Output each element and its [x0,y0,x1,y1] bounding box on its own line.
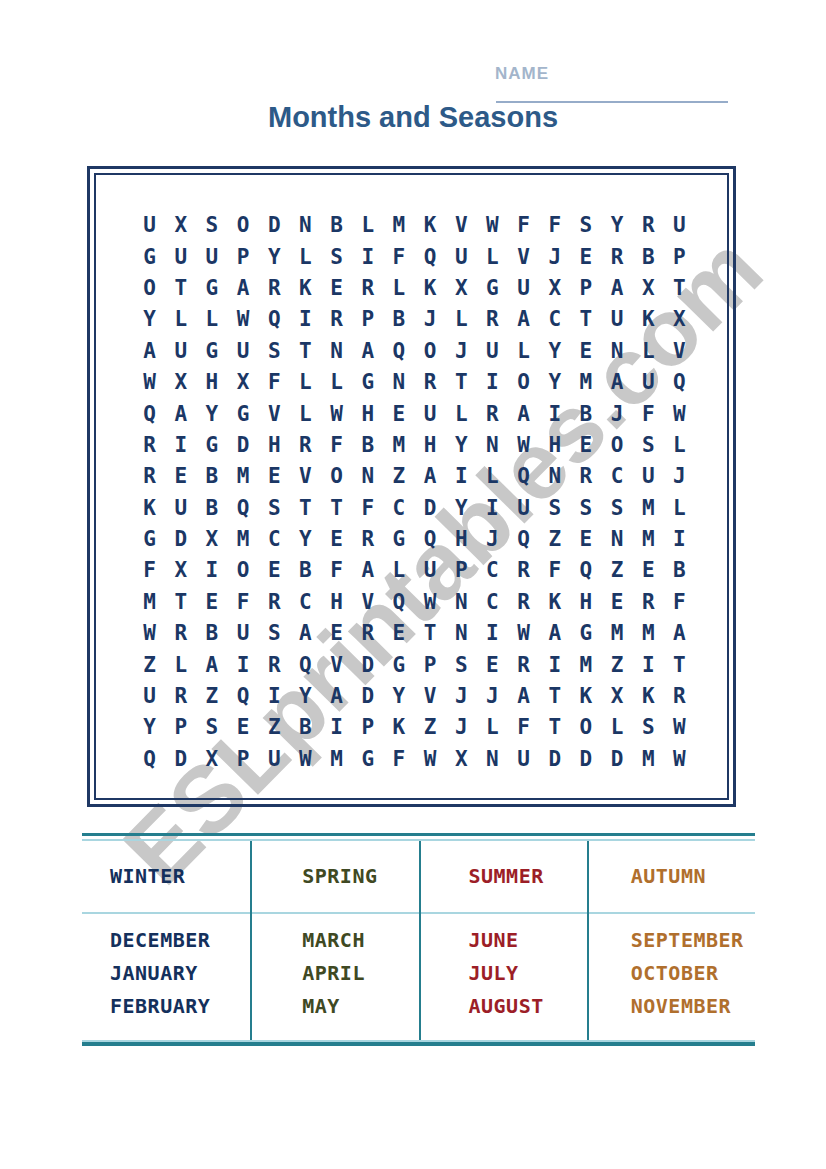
grid-cell-r18-c17: M [633,744,664,775]
grid-cell-r5-c18: V [664,336,695,367]
grid-cell-r18-c18: W [664,744,695,775]
grid-cell-r4-c10: J [414,304,445,335]
word-september: SEPTEMBER [631,924,755,957]
grid-cell-r4-c17: K [633,304,664,335]
grid-cell-r11-c13: Q [508,524,539,555]
grid-cell-r2-c12: L [477,241,508,272]
grid-cell-r10-c9: C [383,493,414,524]
grid-cell-r11-c4: M [227,524,258,555]
grid-cell-r15-c15: M [570,649,601,680]
grid-cell-r4-c14: C [539,304,570,335]
grid-cell-r1-c6: N [290,210,321,241]
grid-cell-r3-c6: K [290,273,321,304]
grid-cell-r11-c1: G [134,524,165,555]
grid-cell-r15-c18: T [664,649,695,680]
grid-cell-r13-c15: H [570,587,601,618]
grid-cell-r13-c14: K [539,587,570,618]
season-header-autumn: AUTUMN [589,841,755,914]
grid-cell-r4-c12: R [477,304,508,335]
grid-cell-r17-c5: Z [259,712,290,743]
grid-cell-r2-c11: U [446,241,477,272]
grid-cell-r17-c8: P [352,712,383,743]
grid-cell-r7-c11: L [446,398,477,429]
grid-cell-r2-c14: J [539,241,570,272]
grid-cell-r5-c3: G [196,336,227,367]
autumn-months: SEPTEMBER OCTOBER NOVEMBER [589,914,755,1040]
grid-cell-r14-c5: S [259,618,290,649]
grid-cell-r15-c14: I [539,649,570,680]
grid-cell-r12-c14: F [539,555,570,586]
grid-cell-r4-c13: A [508,304,539,335]
grid-cell-r6-c18: Q [664,367,695,398]
grid-cell-r3-c12: G [477,273,508,304]
grid-cell-r18-c13: U [508,744,539,775]
grid-cell-r2-c17: B [633,241,664,272]
grid-cell-r11-c18: I [664,524,695,555]
grid-cell-r12-c1: F [134,555,165,586]
grid-cell-r7-c4: G [227,398,258,429]
season-label-autumn: AUTUMN [631,860,706,893]
grid-cell-r3-c11: X [446,273,477,304]
grid-cell-r9-c6: V [290,461,321,492]
grid-cell-r8-c1: R [134,430,165,461]
grid-cell-r5-c9: Q [383,336,414,367]
grid-cell-r12-c12: C [477,555,508,586]
grid-cell-r10-c15: S [570,493,601,524]
grid-cell-r6-c2: X [165,367,196,398]
grid-cell-r18-c1: Q [134,744,165,775]
grid-cell-r2-c10: Q [414,241,445,272]
grid-cell-r15-c1: Z [134,649,165,680]
grid-cell-r15-c9: G [383,649,414,680]
grid-cell-r2-c13: V [508,241,539,272]
grid-cell-r9-c2: E [165,461,196,492]
grid-cell-r16-c12: J [477,681,508,712]
grid-cell-r18-c12: N [477,744,508,775]
grid-cell-r17-c4: E [227,712,258,743]
word-november: NOVEMBER [631,990,755,1023]
grid-cell-r13-c17: R [633,587,664,618]
grid-cell-r5-c6: T [290,336,321,367]
grid-cell-r17-c6: B [290,712,321,743]
grid-cell-r3-c8: R [352,273,383,304]
grid-cell-r4-c4: W [227,304,258,335]
grid-cell-r10-c13: U [508,493,539,524]
grid-cell-r13-c10: W [414,587,445,618]
grid-cell-r13-c18: F [664,587,695,618]
grid-cell-r4-c6: I [290,304,321,335]
grid-cell-r12-c8: A [352,555,383,586]
page-title: Months and Seasons [0,101,826,134]
grid-cell-r10-c8: F [352,493,383,524]
grid-cell-r2-c15: E [570,241,601,272]
grid-cell-r17-c1: Y [134,712,165,743]
grid-cell-r3-c10: K [414,273,445,304]
grid-cell-r16-c3: Z [196,681,227,712]
grid-cell-r14-c8: R [352,618,383,649]
grid-cell-r16-c2: R [165,681,196,712]
grid-cell-r17-c13: F [508,712,539,743]
grid-cell-r6-c13: O [508,367,539,398]
grid-cell-r13-c6: C [290,587,321,618]
grid-cell-r10-c6: T [290,493,321,524]
grid-cell-r3-c15: P [570,273,601,304]
grid-cell-r15-c7: V [321,649,352,680]
grid-cell-r3-c2: T [165,273,196,304]
grid-cell-r17-c9: K [383,712,414,743]
grid-cell-r15-c8: D [352,649,383,680]
grid-cell-r2-c1: G [134,241,165,272]
grid-cell-r18-c3: X [196,744,227,775]
grid-cell-r7-c7: W [321,398,352,429]
grid-cell-r7-c15: B [570,398,601,429]
grid-cell-r4-c9: B [383,304,414,335]
grid-cell-r11-c2: D [165,524,196,555]
grid-cell-r4-c8: P [352,304,383,335]
grid-cell-r13-c5: R [259,587,290,618]
grid-cell-r12-c4: O [227,555,258,586]
grid-cell-r9-c12: L [477,461,508,492]
grid-cell-r9-c14: N [539,461,570,492]
word-search-board: UXSODNBLMKVWFFSYRUGUUPYLSIFQULVJERBPOTGA… [87,166,736,807]
grid-cell-r2-c9: F [383,241,414,272]
grid-cell-r12-c5: E [259,555,290,586]
grid-cell-r9-c8: N [352,461,383,492]
grid-cell-r12-c17: E [633,555,664,586]
grid-cell-r6-c17: U [633,367,664,398]
grid-cell-r10-c11: Y [446,493,477,524]
grid-cell-r5-c1: A [134,336,165,367]
grid-cell-r7-c1: Q [134,398,165,429]
name-label: NAME [495,64,549,83]
grid-cell-r8-c14: H [539,430,570,461]
grid-cell-r10-c10: D [414,493,445,524]
grid-cell-r13-c11: N [446,587,477,618]
grid-cell-r18-c5: U [259,744,290,775]
grid-cell-r15-c2: L [165,649,196,680]
grid-cell-r5-c11: J [446,336,477,367]
grid-cell-r5-c7: N [321,336,352,367]
grid-cell-r5-c10: O [414,336,445,367]
grid-cell-r4-c16: U [601,304,632,335]
grid-cell-r17-c15: O [570,712,601,743]
season-label-winter: WINTER [110,860,185,893]
grid-cell-r16-c4: Q [227,681,258,712]
grid-cell-r14-c16: M [601,618,632,649]
grid-cell-r3-c9: L [383,273,414,304]
grid-cell-r18-c14: D [539,744,570,775]
grid-cell-r11-c15: E [570,524,601,555]
grid-cell-r3-c18: T [664,273,695,304]
grid-cell-r13-c12: C [477,587,508,618]
grid-cell-r3-c13: U [508,273,539,304]
grid-cell-r11-c7: E [321,524,352,555]
grid-cell-r5-c5: S [259,336,290,367]
grid-cell-r4-c11: L [446,304,477,335]
grid-cell-r1-c9: M [383,210,414,241]
grid-cell-r3-c5: R [259,273,290,304]
grid-cell-r18-c10: W [414,744,445,775]
grid-cell-r6-c1: W [134,367,165,398]
grid-cell-r8-c12: N [477,430,508,461]
grid-cell-r15-c12: E [477,649,508,680]
grid-cell-r9-c4: M [227,461,258,492]
grid-cell-r6-c11: T [446,367,477,398]
grid-cell-r2-c16: R [601,241,632,272]
grid-cell-r17-c2: P [165,712,196,743]
grid-cell-r12-c9: L [383,555,414,586]
grid-cell-r15-c6: Q [290,649,321,680]
summer-months: JUNE JULY AUGUST [421,914,587,1040]
grid-cell-r13-c9: Q [383,587,414,618]
grid-cell-r11-c17: M [633,524,664,555]
grid-cell-r11-c10: Q [414,524,445,555]
grid-cell-r17-c11: J [446,712,477,743]
grid-cell-r1-c10: K [414,210,445,241]
letter-grid: UXSODNBLMKVWFFSYRUGUUPYLSIFQULVJERBPOTGA… [96,175,727,798]
grid-cell-r17-c10: Z [414,712,445,743]
grid-cell-r1-c3: S [196,210,227,241]
grid-cell-r16-c6: Y [290,681,321,712]
grid-cell-r9-c18: J [664,461,695,492]
grid-cell-r7-c10: U [414,398,445,429]
grid-cell-r7-c2: A [165,398,196,429]
grid-cell-r16-c17: K [633,681,664,712]
grid-cell-r10-c18: L [664,493,695,524]
grid-cell-r17-c7: I [321,712,352,743]
grid-cell-r9-c3: B [196,461,227,492]
grid-cell-r1-c17: R [633,210,664,241]
grid-cell-r3-c14: X [539,273,570,304]
grid-cell-r9-c16: C [601,461,632,492]
grid-cell-r9-c9: Z [383,461,414,492]
grid-cell-r16-c9: Y [383,681,414,712]
grid-cell-r14-c2: R [165,618,196,649]
grid-cell-r12-c3: I [196,555,227,586]
grid-cell-r1-c12: W [477,210,508,241]
grid-cell-r7-c6: L [290,398,321,429]
grid-cell-r4-c1: Y [134,304,165,335]
grid-cell-r2-c5: Y [259,241,290,272]
grid-cell-r7-c17: F [633,398,664,429]
grid-cell-r11-c6: Y [290,524,321,555]
grid-cell-r14-c6: A [290,618,321,649]
grid-cell-r4-c3: L [196,304,227,335]
grid-cell-r18-c9: F [383,744,414,775]
grid-cell-r5-c12: U [477,336,508,367]
grid-cell-r6-c3: H [196,367,227,398]
grid-cell-r15-c16: Z [601,649,632,680]
grid-cell-r16-c7: A [321,681,352,712]
grid-cell-r8-c6: R [290,430,321,461]
grid-cell-r1-c2: X [165,210,196,241]
grid-cell-r9-c13: Q [508,461,539,492]
grid-cell-r15-c5: R [259,649,290,680]
grid-cell-r15-c4: I [227,649,258,680]
grid-cell-r3-c4: A [227,273,258,304]
grid-cell-r16-c10: V [414,681,445,712]
grid-cell-r8-c9: M [383,430,414,461]
grid-cell-r15-c11: S [446,649,477,680]
grid-cell-r8-c8: B [352,430,383,461]
grid-cell-r13-c13: R [508,587,539,618]
grid-cell-r8-c16: O [601,430,632,461]
grid-cell-r14-c7: E [321,618,352,649]
grid-cell-r1-c7: B [321,210,352,241]
grid-cell-r12-c18: B [664,555,695,586]
grid-cell-r18-c2: D [165,744,196,775]
grid-cell-r8-c10: H [414,430,445,461]
grid-cell-r4-c7: R [321,304,352,335]
grid-cell-r13-c16: E [601,587,632,618]
grid-cell-r10-c16: S [601,493,632,524]
grid-cell-r14-c15: G [570,618,601,649]
grid-cell-r6-c9: N [383,367,414,398]
grid-cell-r12-c10: U [414,555,445,586]
grid-cell-r16-c8: D [352,681,383,712]
grid-cell-r9-c5: E [259,461,290,492]
grid-cell-r14-c18: A [664,618,695,649]
word-may: MAY [302,990,418,1023]
grid-cell-r18-c4: P [227,744,258,775]
grid-cell-r12-c16: Z [601,555,632,586]
grid-cell-r15-c13: R [508,649,539,680]
grid-cell-r3-c17: X [633,273,664,304]
grid-cell-r14-c3: B [196,618,227,649]
grid-cell-r8-c5: H [259,430,290,461]
words-table-inner: WINTER DECEMBER JANUARY FEBRUARY SPRING … [82,839,755,1042]
grid-cell-r9-c1: R [134,461,165,492]
grid-cell-r17-c12: L [477,712,508,743]
grid-cell-r15-c3: A [196,649,227,680]
grid-cell-r5-c16: N [601,336,632,367]
grid-cell-r14-c17: M [633,618,664,649]
grid-cell-r14-c14: A [539,618,570,649]
grid-cell-r6-c14: Y [539,367,570,398]
grid-cell-r8-c15: E [570,430,601,461]
grid-cell-r1-c4: O [227,210,258,241]
grid-cell-r2-c4: P [227,241,258,272]
grid-cell-r8-c7: F [321,430,352,461]
grid-cell-r7-c18: W [664,398,695,429]
grid-cell-r4-c18: X [664,304,695,335]
grid-cell-r3-c16: A [601,273,632,304]
grid-cell-r8-c4: D [227,430,258,461]
grid-cell-r11-c14: Z [539,524,570,555]
grid-cell-r1-c8: L [352,210,383,241]
grid-cell-r5-c15: E [570,336,601,367]
grid-cell-r14-c10: T [414,618,445,649]
grid-cell-r1-c14: F [539,210,570,241]
grid-cell-r12-c7: F [321,555,352,586]
grid-cell-r6-c8: G [352,367,383,398]
spring-months: MARCH APRIL MAY [252,914,418,1040]
grid-cell-r1-c16: Y [601,210,632,241]
grid-cell-r18-c15: D [570,744,601,775]
grid-cell-r3-c1: O [134,273,165,304]
grid-cell-r10-c3: B [196,493,227,524]
grid-cell-r6-c5: F [259,367,290,398]
grid-cell-r11-c5: C [259,524,290,555]
grid-cell-r18-c16: D [601,744,632,775]
word-october: OCTOBER [631,957,755,990]
season-column-summer: SUMMER JUNE JULY AUGUST [419,841,587,1040]
grid-cell-r13-c7: H [321,587,352,618]
grid-cell-r6-c12: I [477,367,508,398]
grid-cell-r13-c4: F [227,587,258,618]
word-february: FEBRUARY [110,990,250,1023]
grid-cell-r14-c4: U [227,618,258,649]
grid-cell-r17-c3: S [196,712,227,743]
grid-cell-r11-c11: H [446,524,477,555]
grid-cell-r9-c15: R [570,461,601,492]
grid-cell-r9-c11: I [446,461,477,492]
word-july: JULY [469,957,587,990]
grid-cell-r10-c5: S [259,493,290,524]
grid-cell-r7-c5: V [259,398,290,429]
grid-cell-r18-c8: G [352,744,383,775]
grid-cell-r17-c14: T [539,712,570,743]
words-table: WINTER DECEMBER JANUARY FEBRUARY SPRING … [82,833,755,1046]
grid-cell-r18-c6: W [290,744,321,775]
word-april: APRIL [302,957,418,990]
season-label-summer: SUMMER [469,860,544,893]
grid-cell-r10-c7: T [321,493,352,524]
grid-cell-r16-c5: I [259,681,290,712]
grid-cell-r1-c11: V [446,210,477,241]
grid-cell-r5-c8: A [352,336,383,367]
grid-cell-r12-c11: P [446,555,477,586]
grid-cell-r8-c17: S [633,430,664,461]
grid-cell-r15-c17: I [633,649,664,680]
worksheet-page: ESLprintables.com NAME Months and Season… [0,0,826,1169]
word-december: DECEMBER [110,924,250,957]
grid-cell-r2-c3: U [196,241,227,272]
grid-cell-r14-c11: N [446,618,477,649]
grid-cell-r16-c1: U [134,681,165,712]
grid-cell-r5-c17: L [633,336,664,367]
grid-cell-r6-c15: M [570,367,601,398]
grid-cell-r12-c13: R [508,555,539,586]
grid-cell-r10-c1: K [134,493,165,524]
grid-cell-r11-c8: R [352,524,383,555]
grid-cell-r1-c1: U [134,210,165,241]
grid-cell-r16-c14: T [539,681,570,712]
name-row: NAME [495,64,781,86]
grid-cell-r10-c4: Q [227,493,258,524]
grid-cell-r11-c3: X [196,524,227,555]
grid-cell-r7-c9: E [383,398,414,429]
grid-cell-r7-c8: H [352,398,383,429]
grid-cell-r6-c4: X [227,367,258,398]
grid-cell-r12-c6: B [290,555,321,586]
grid-cell-r6-c16: A [601,367,632,398]
grid-cell-r6-c6: L [290,367,321,398]
grid-cell-r11-c16: N [601,524,632,555]
grid-cell-r5-c4: U [227,336,258,367]
grid-cell-r11-c12: J [477,524,508,555]
season-header-winter: WINTER [82,841,250,914]
grid-cell-r5-c13: L [508,336,539,367]
grid-cell-r16-c11: J [446,681,477,712]
grid-cell-r16-c15: K [570,681,601,712]
season-column-autumn: AUTUMN SEPTEMBER OCTOBER NOVEMBER [587,841,755,1040]
grid-cell-r17-c16: L [601,712,632,743]
grid-cell-r2-c18: P [664,241,695,272]
grid-cell-r10-c14: S [539,493,570,524]
grid-cell-r1-c13: F [508,210,539,241]
grid-cell-r5-c2: U [165,336,196,367]
